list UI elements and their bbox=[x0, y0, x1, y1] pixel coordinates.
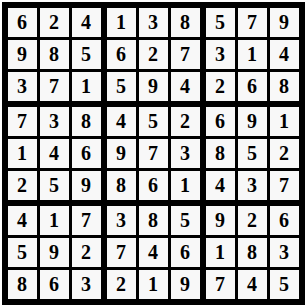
cell-r8c4[interactable]: 7 bbox=[107, 238, 136, 267]
cell-r6c5[interactable]: 6 bbox=[139, 171, 168, 200]
cell-r5c1[interactable]: 1 bbox=[8, 139, 37, 168]
cell-r3c6[interactable]: 4 bbox=[171, 72, 200, 101]
cell-r7c8[interactable]: 2 bbox=[238, 206, 267, 235]
cell-r4c2[interactable]: 3 bbox=[40, 107, 69, 136]
cell-r2c3[interactable]: 5 bbox=[72, 40, 101, 69]
cell-r6c4[interactable]: 8 bbox=[107, 171, 136, 200]
cell-r3c8[interactable]: 6 bbox=[238, 72, 267, 101]
cell-r6c6[interactable]: 1 bbox=[171, 171, 200, 200]
cell-r9c3[interactable]: 3 bbox=[72, 270, 101, 299]
cell-r8c5[interactable]: 4 bbox=[139, 238, 168, 267]
cell-r9c1[interactable]: 8 bbox=[8, 270, 37, 299]
cell-r6c3[interactable]: 9 bbox=[72, 171, 101, 200]
cell-r5c8[interactable]: 5 bbox=[238, 139, 267, 168]
sudoku-box-7: 417592863 bbox=[8, 206, 101, 299]
cell-r8c3[interactable]: 2 bbox=[72, 238, 101, 267]
cell-r1c2[interactable]: 2 bbox=[40, 8, 69, 37]
cell-r7c6[interactable]: 5 bbox=[171, 206, 200, 235]
cell-r9c4[interactable]: 2 bbox=[107, 270, 136, 299]
cell-r4c1[interactable]: 7 bbox=[8, 107, 37, 136]
cell-r1c1[interactable]: 6 bbox=[8, 8, 37, 37]
cell-r3c9[interactable]: 8 bbox=[270, 72, 299, 101]
cell-r7c9[interactable]: 6 bbox=[270, 206, 299, 235]
cell-r1c6[interactable]: 8 bbox=[171, 8, 200, 37]
sudoku-box-4: 738146259 bbox=[8, 107, 101, 200]
cell-r9c5[interactable]: 1 bbox=[139, 270, 168, 299]
sudoku-box-8: 385746219 bbox=[107, 206, 200, 299]
cell-r5c2[interactable]: 4 bbox=[40, 139, 69, 168]
cell-r7c1[interactable]: 4 bbox=[8, 206, 37, 235]
cell-r6c7[interactable]: 4 bbox=[206, 171, 235, 200]
cell-r1c8[interactable]: 7 bbox=[238, 8, 267, 37]
cell-r4c9[interactable]: 1 bbox=[270, 107, 299, 136]
cell-r7c4[interactable]: 3 bbox=[107, 206, 136, 235]
cell-r4c8[interactable]: 9 bbox=[238, 107, 267, 136]
cell-r1c3[interactable]: 4 bbox=[72, 8, 101, 37]
cell-r9c2[interactable]: 6 bbox=[40, 270, 69, 299]
cell-r2c6[interactable]: 7 bbox=[171, 40, 200, 69]
cell-r8c2[interactable]: 9 bbox=[40, 238, 69, 267]
sudoku-box-3: 579314268 bbox=[206, 8, 299, 101]
cell-r6c2[interactable]: 5 bbox=[40, 171, 69, 200]
cell-r6c1[interactable]: 2 bbox=[8, 171, 37, 200]
cell-r6c9[interactable]: 7 bbox=[270, 171, 299, 200]
cell-r5c9[interactable]: 2 bbox=[270, 139, 299, 168]
cell-r1c9[interactable]: 9 bbox=[270, 8, 299, 37]
sudoku-box-6: 691852437 bbox=[206, 107, 299, 200]
cell-r1c5[interactable]: 3 bbox=[139, 8, 168, 37]
cell-r7c5[interactable]: 8 bbox=[139, 206, 168, 235]
cell-r8c8[interactable]: 8 bbox=[238, 238, 267, 267]
cell-r4c5[interactable]: 5 bbox=[139, 107, 168, 136]
cell-r9c8[interactable]: 4 bbox=[238, 270, 267, 299]
cell-r4c3[interactable]: 8 bbox=[72, 107, 101, 136]
cell-r8c7[interactable]: 1 bbox=[206, 238, 235, 267]
cell-r1c7[interactable]: 5 bbox=[206, 8, 235, 37]
sudoku-page: 6249853711386275945793142687381462594529… bbox=[0, 0, 306, 306]
cell-r2c2[interactable]: 8 bbox=[40, 40, 69, 69]
cell-r9c7[interactable]: 7 bbox=[206, 270, 235, 299]
cell-r8c6[interactable]: 6 bbox=[171, 238, 200, 267]
cell-r4c4[interactable]: 4 bbox=[107, 107, 136, 136]
cell-r3c2[interactable]: 7 bbox=[40, 72, 69, 101]
cell-r8c1[interactable]: 5 bbox=[8, 238, 37, 267]
cell-r9c9[interactable]: 5 bbox=[270, 270, 299, 299]
cell-r4c7[interactable]: 6 bbox=[206, 107, 235, 136]
cell-r7c3[interactable]: 7 bbox=[72, 206, 101, 235]
cell-r5c4[interactable]: 9 bbox=[107, 139, 136, 168]
cell-r3c4[interactable]: 5 bbox=[107, 72, 136, 101]
sudoku-box-5: 452973861 bbox=[107, 107, 200, 200]
cell-r3c7[interactable]: 2 bbox=[206, 72, 235, 101]
cell-r2c7[interactable]: 3 bbox=[206, 40, 235, 69]
sudoku-box-9: 926183745 bbox=[206, 206, 299, 299]
cell-r2c5[interactable]: 2 bbox=[139, 40, 168, 69]
cell-r4c6[interactable]: 2 bbox=[171, 107, 200, 136]
cell-r7c7[interactable]: 9 bbox=[206, 206, 235, 235]
cell-r2c9[interactable]: 4 bbox=[270, 40, 299, 69]
cell-r3c3[interactable]: 1 bbox=[72, 72, 101, 101]
cell-r3c1[interactable]: 3 bbox=[8, 72, 37, 101]
sudoku-box-1: 624985371 bbox=[8, 8, 101, 101]
cell-r2c1[interactable]: 9 bbox=[8, 40, 37, 69]
cell-r5c3[interactable]: 6 bbox=[72, 139, 101, 168]
cell-r5c5[interactable]: 7 bbox=[139, 139, 168, 168]
cell-r1c4[interactable]: 1 bbox=[107, 8, 136, 37]
cell-r2c4[interactable]: 6 bbox=[107, 40, 136, 69]
sudoku-board: 6249853711386275945793142687381462594529… bbox=[2, 2, 305, 305]
cell-r3c5[interactable]: 9 bbox=[139, 72, 168, 101]
sudoku-box-2: 138627594 bbox=[107, 8, 200, 101]
cell-r8c9[interactable]: 3 bbox=[270, 238, 299, 267]
cell-r5c7[interactable]: 8 bbox=[206, 139, 235, 168]
cell-r9c6[interactable]: 9 bbox=[171, 270, 200, 299]
cell-r6c8[interactable]: 3 bbox=[238, 171, 267, 200]
cell-r2c8[interactable]: 1 bbox=[238, 40, 267, 69]
cell-r5c6[interactable]: 3 bbox=[171, 139, 200, 168]
cell-r7c2[interactable]: 1 bbox=[40, 206, 69, 235]
